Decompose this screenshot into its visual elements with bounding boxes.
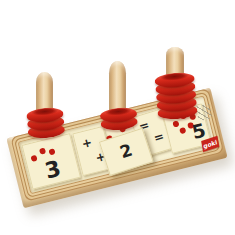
red-dot: [48, 148, 55, 155]
red-dot: [39, 147, 46, 154]
tray-end-lines: [195, 103, 212, 121]
number-card-3[interactable]: 3: [21, 133, 81, 190]
goki-logo-text: goki: [203, 139, 218, 149]
ring-stack-2: [99, 98, 138, 131]
equals-sign: =: [152, 130, 165, 144]
ring-stack-1: [26, 102, 66, 139]
red-dot: [172, 120, 179, 127]
red-dot: [30, 155, 37, 162]
plus-sign: +: [81, 136, 94, 150]
ring-stack-3: [154, 69, 198, 120]
red-dot: [179, 127, 186, 134]
numeral-2: 2: [118, 142, 135, 162]
product-photo: 3 + + = = 5 goki 2: [0, 0, 235, 235]
numeral-3: 3: [43, 158, 63, 183]
